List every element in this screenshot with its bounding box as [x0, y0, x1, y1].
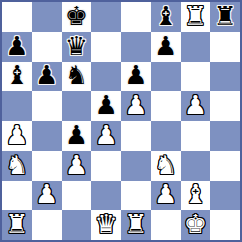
- square-h6[interactable]: [210, 62, 240, 92]
- square-g1[interactable]: ♚: [181, 210, 211, 240]
- square-b7[interactable]: [32, 32, 62, 62]
- square-b6[interactable]: ♟: [32, 62, 62, 92]
- piece-white-pawn: ♟: [65, 152, 88, 178]
- square-e3[interactable]: [121, 151, 151, 181]
- square-c1[interactable]: [62, 210, 92, 240]
- square-e8[interactable]: [121, 2, 151, 32]
- square-h8[interactable]: ♜: [210, 2, 240, 32]
- square-e4[interactable]: [121, 121, 151, 151]
- piece-black-pawn: ♟: [154, 33, 177, 59]
- square-c5[interactable]: [62, 91, 92, 121]
- square-c3[interactable]: ♟: [62, 151, 92, 181]
- square-g6[interactable]: [181, 62, 211, 92]
- piece-black-pawn: ♟: [35, 62, 58, 88]
- square-b1[interactable]: [32, 210, 62, 240]
- piece-white-pawn: ♟: [124, 92, 147, 118]
- square-b8[interactable]: [32, 2, 62, 32]
- square-h2[interactable]: [210, 181, 240, 211]
- square-a7[interactable]: ♟: [2, 32, 32, 62]
- square-g5[interactable]: ♟: [181, 91, 211, 121]
- piece-black-pawn: ♟: [94, 92, 117, 118]
- square-d6[interactable]: [91, 62, 121, 92]
- square-d8[interactable]: [91, 2, 121, 32]
- square-e2[interactable]: [121, 181, 151, 211]
- square-d1[interactable]: ♛: [91, 210, 121, 240]
- square-d2[interactable]: [91, 181, 121, 211]
- piece-white-pawn: ♟: [35, 181, 58, 207]
- piece-white-pawn: ♟: [184, 92, 207, 118]
- piece-black-rook: ♜: [213, 3, 236, 29]
- piece-white-pawn: ♟: [5, 122, 28, 148]
- square-h3[interactable]: [210, 151, 240, 181]
- square-d7[interactable]: [91, 32, 121, 62]
- square-g7[interactable]: [181, 32, 211, 62]
- square-f5[interactable]: [151, 91, 181, 121]
- piece-black-knight: ♞: [65, 62, 88, 88]
- piece-black-pawn: ♟: [65, 122, 88, 148]
- piece-white-rook: ♜: [5, 211, 28, 237]
- square-a8[interactable]: [2, 2, 32, 32]
- square-b5[interactable]: [32, 91, 62, 121]
- square-f7[interactable]: ♟: [151, 32, 181, 62]
- square-g4[interactable]: [181, 121, 211, 151]
- square-h1[interactable]: [210, 210, 240, 240]
- square-c7[interactable]: ♛: [62, 32, 92, 62]
- square-f8[interactable]: ♝: [151, 2, 181, 32]
- piece-black-bishop: ♝: [154, 3, 177, 29]
- square-e6[interactable]: ♟: [121, 62, 151, 92]
- square-a6[interactable]: ♝: [2, 62, 32, 92]
- square-g8[interactable]: ♜: [181, 2, 211, 32]
- piece-white-bishop: ♝: [184, 181, 207, 207]
- chess-board-container: ♚♝♜♜♟♛♟♝♟♞♟♟♟♟♟♟♟♞♟♞♟♟♝♜♛♜♚: [0, 0, 242, 242]
- square-e7[interactable]: [121, 32, 151, 62]
- square-b3[interactable]: [32, 151, 62, 181]
- piece-black-queen: ♛: [65, 33, 88, 59]
- piece-white-queen: ♛: [94, 211, 117, 237]
- square-c8[interactable]: ♚: [62, 2, 92, 32]
- piece-white-rook: ♜: [184, 3, 207, 29]
- square-h4[interactable]: [210, 121, 240, 151]
- square-f3[interactable]: ♞: [151, 151, 181, 181]
- square-d4[interactable]: ♟: [91, 121, 121, 151]
- piece-white-pawn: ♟: [154, 181, 177, 207]
- square-a3[interactable]: ♞: [2, 151, 32, 181]
- square-d5[interactable]: ♟: [91, 91, 121, 121]
- square-f2[interactable]: ♟: [151, 181, 181, 211]
- piece-black-pawn: ♟: [5, 33, 28, 59]
- square-a1[interactable]: ♜: [2, 210, 32, 240]
- square-c6[interactable]: ♞: [62, 62, 92, 92]
- square-a2[interactable]: [2, 181, 32, 211]
- square-a4[interactable]: ♟: [2, 121, 32, 151]
- piece-white-king: ♚: [184, 211, 207, 237]
- piece-white-rook: ♜: [124, 211, 147, 237]
- square-f4[interactable]: [151, 121, 181, 151]
- square-g3[interactable]: [181, 151, 211, 181]
- square-b2[interactable]: ♟: [32, 181, 62, 211]
- piece-white-knight: ♞: [5, 152, 28, 178]
- square-g2[interactable]: ♝: [181, 181, 211, 211]
- chess-board: ♚♝♜♜♟♛♟♝♟♞♟♟♟♟♟♟♟♞♟♞♟♟♝♜♛♜♚: [0, 0, 242, 242]
- piece-black-pawn: ♟: [124, 62, 147, 88]
- piece-black-bishop: ♝: [5, 62, 28, 88]
- piece-black-king: ♚: [65, 3, 88, 29]
- square-h7[interactable]: [210, 32, 240, 62]
- square-d3[interactable]: [91, 151, 121, 181]
- square-a5[interactable]: [2, 91, 32, 121]
- square-e1[interactable]: ♜: [121, 210, 151, 240]
- piece-white-knight: ♞: [154, 152, 177, 178]
- square-f6[interactable]: [151, 62, 181, 92]
- square-b4[interactable]: [32, 121, 62, 151]
- square-c4[interactable]: ♟: [62, 121, 92, 151]
- square-e5[interactable]: ♟: [121, 91, 151, 121]
- piece-white-pawn: ♟: [94, 122, 117, 148]
- square-h5[interactable]: [210, 91, 240, 121]
- square-c2[interactable]: [62, 181, 92, 211]
- square-f1[interactable]: [151, 210, 181, 240]
